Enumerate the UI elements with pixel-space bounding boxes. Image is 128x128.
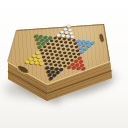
product-photo-scene: ●●●●●●●●●●●●●●●●●●●●●●●●●●●●●●●●●●●●●●●●… <box>0 0 128 128</box>
peg-black[interactable]: ● <box>48 76 54 81</box>
